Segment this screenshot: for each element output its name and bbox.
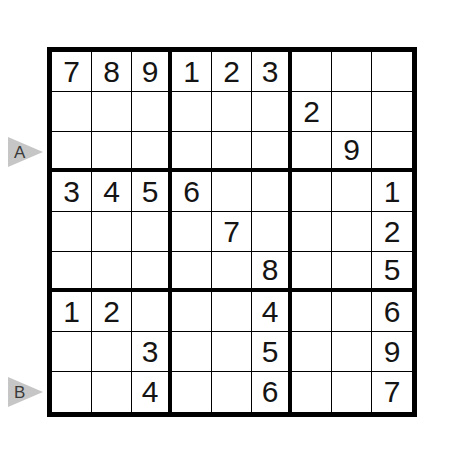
cell-r5c7[interactable]	[292, 212, 332, 252]
cell-r3c8[interactable]: 9	[332, 132, 372, 172]
cell-r9c9[interactable]: 7	[372, 372, 412, 412]
puzzle-image: 789123293456172851246359467 A B	[0, 0, 463, 468]
cell-r4c6[interactable]	[252, 172, 292, 212]
cell-r8c8[interactable]	[332, 332, 372, 372]
cell-r5c2[interactable]	[92, 212, 132, 252]
cell-r7c6[interactable]: 4	[252, 292, 292, 332]
cell-r5c5[interactable]: 7	[212, 212, 252, 252]
cell-r5c6[interactable]	[252, 212, 292, 252]
row-marker-a-label: A	[14, 143, 26, 162]
cell-r5c9[interactable]: 2	[372, 212, 412, 252]
cell-r1c1[interactable]: 7	[52, 52, 92, 92]
cell-r8c2[interactable]	[92, 332, 132, 372]
cell-r1c7[interactable]	[292, 52, 332, 92]
cell-r6c2[interactable]	[92, 252, 132, 292]
cell-r3c6[interactable]	[252, 132, 292, 172]
row-marker-a: A	[7, 136, 44, 168]
cell-r3c5[interactable]	[212, 132, 252, 172]
cell-r1c4[interactable]: 1	[172, 52, 212, 92]
cell-r5c4[interactable]	[172, 212, 212, 252]
cell-r4c7[interactable]	[292, 172, 332, 212]
sudoku-board: 789123293456172851246359467	[47, 47, 417, 417]
cell-r9c5[interactable]	[212, 372, 252, 412]
cell-r3c3[interactable]	[132, 132, 172, 172]
cell-r4c8[interactable]	[332, 172, 372, 212]
cell-r1c8[interactable]	[332, 52, 372, 92]
cell-r8c1[interactable]	[52, 332, 92, 372]
cell-r7c3[interactable]	[132, 292, 172, 332]
cell-r3c4[interactable]	[172, 132, 212, 172]
cell-r2c3[interactable]	[132, 92, 172, 132]
arrow-right-icon: A	[7, 136, 44, 168]
cell-r2c5[interactable]	[212, 92, 252, 132]
cell-r1c6[interactable]: 3	[252, 52, 292, 92]
cell-r7c4[interactable]	[172, 292, 212, 332]
cell-r9c3[interactable]: 4	[132, 372, 172, 412]
cell-r1c2[interactable]: 8	[92, 52, 132, 92]
cell-r1c5[interactable]: 2	[212, 52, 252, 92]
cell-r4c4[interactable]: 6	[172, 172, 212, 212]
cell-r8c4[interactable]	[172, 332, 212, 372]
cell-r3c2[interactable]	[92, 132, 132, 172]
cell-r3c7[interactable]	[292, 132, 332, 172]
cell-r9c4[interactable]	[172, 372, 212, 412]
cell-r1c9[interactable]	[372, 52, 412, 92]
cell-r6c9[interactable]: 5	[372, 252, 412, 292]
cell-r6c4[interactable]	[172, 252, 212, 292]
cell-r7c2[interactable]: 2	[92, 292, 132, 332]
cell-r9c7[interactable]	[292, 372, 332, 412]
cell-r6c5[interactable]	[212, 252, 252, 292]
cell-r8c9[interactable]: 9	[372, 332, 412, 372]
cell-r6c6[interactable]: 8	[252, 252, 292, 292]
cell-r7c1[interactable]: 1	[52, 292, 92, 332]
cell-r7c7[interactable]	[292, 292, 332, 332]
cell-r1c3[interactable]: 9	[132, 52, 172, 92]
cell-r6c1[interactable]	[52, 252, 92, 292]
cell-r2c9[interactable]	[372, 92, 412, 132]
cell-r8c7[interactable]	[292, 332, 332, 372]
cell-r2c6[interactable]	[252, 92, 292, 132]
cell-r6c8[interactable]	[332, 252, 372, 292]
cell-r6c7[interactable]	[292, 252, 332, 292]
cell-r5c3[interactable]	[132, 212, 172, 252]
cell-r4c3[interactable]: 5	[132, 172, 172, 212]
cell-r7c5[interactable]	[212, 292, 252, 332]
cell-r4c1[interactable]: 3	[52, 172, 92, 212]
cell-r2c7[interactable]: 2	[292, 92, 332, 132]
cell-r9c1[interactable]	[52, 372, 92, 412]
cell-r8c5[interactable]	[212, 332, 252, 372]
arrow-right-icon: B	[7, 376, 44, 408]
cell-r4c2[interactable]: 4	[92, 172, 132, 212]
cell-r5c1[interactable]	[52, 212, 92, 252]
cell-r8c6[interactable]: 5	[252, 332, 292, 372]
row-marker-b-label: B	[14, 383, 25, 402]
cell-r2c2[interactable]	[92, 92, 132, 132]
cell-r2c8[interactable]	[332, 92, 372, 132]
cell-r4c9[interactable]: 1	[372, 172, 412, 212]
cell-r7c9[interactable]: 6	[372, 292, 412, 332]
cell-r8c3[interactable]: 3	[132, 332, 172, 372]
cell-r3c9[interactable]	[372, 132, 412, 172]
cell-r9c2[interactable]	[92, 372, 132, 412]
cell-r6c3[interactable]	[132, 252, 172, 292]
cell-r2c1[interactable]	[52, 92, 92, 132]
cell-r7c8[interactable]	[332, 292, 372, 332]
cell-r5c8[interactable]	[332, 212, 372, 252]
cell-r2c4[interactable]	[172, 92, 212, 132]
cell-r4c5[interactable]	[212, 172, 252, 212]
cell-r3c1[interactable]	[52, 132, 92, 172]
row-marker-b: B	[7, 376, 44, 408]
cell-r9c8[interactable]	[332, 372, 372, 412]
cell-r9c6[interactable]: 6	[252, 372, 292, 412]
